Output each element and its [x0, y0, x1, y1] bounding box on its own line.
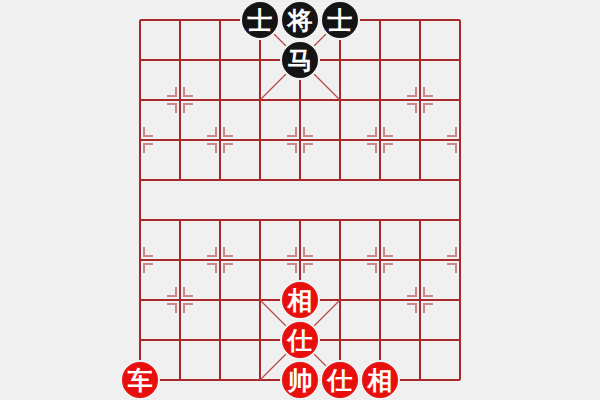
- pieces-layer: 士将士马相仕车帅仕相: [120, 0, 480, 400]
- xiangqi-app-screen: 士将士马相仕车帅仕相: [0, 0, 600, 400]
- red-elephant-center[interactable]: 相: [280, 280, 320, 320]
- black-advisor-right[interactable]: 士: [320, 0, 360, 40]
- red-general[interactable]: 帅: [280, 360, 320, 400]
- red-advisor-right[interactable]: 仕: [320, 360, 360, 400]
- red-chariot[interactable]: 车: [120, 360, 160, 400]
- red-elephant-right[interactable]: 相: [360, 360, 400, 400]
- black-horse[interactable]: 马: [280, 40, 320, 80]
- xiangqi-board[interactable]: 士将士马相仕车帅仕相: [0, 0, 600, 400]
- black-advisor-left[interactable]: 士: [240, 0, 280, 40]
- black-general[interactable]: 将: [280, 0, 320, 40]
- red-advisor-center[interactable]: 仕: [280, 320, 320, 360]
